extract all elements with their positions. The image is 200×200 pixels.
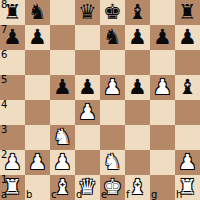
piece-black-bishop[interactable]: ♝ (175, 75, 200, 100)
square-f6[interactable] (125, 50, 150, 75)
piece-white-rook[interactable]: ♜ (0, 175, 25, 200)
square-f2[interactable] (125, 150, 150, 175)
square-d5[interactable]: ♟ (75, 75, 100, 100)
square-e6[interactable] (100, 50, 125, 75)
rank-label-4: 4 (1, 100, 7, 110)
square-e3[interactable] (100, 125, 125, 150)
piece-black-rook[interactable]: ♜ (175, 0, 200, 25)
square-d6[interactable] (75, 50, 100, 75)
piece-white-knight[interactable]: ♞ (100, 150, 125, 175)
square-h6[interactable] (175, 50, 200, 75)
piece-white-pawn[interactable]: ♟ (25, 150, 50, 175)
square-f1[interactable]: ♝f (125, 175, 150, 200)
piece-white-pawn[interactable]: ♟ (0, 150, 25, 175)
square-g5[interactable]: ♟ (150, 75, 175, 100)
square-a1[interactable]: ♜1a (0, 175, 25, 200)
piece-black-pawn[interactable]: ♟ (50, 75, 75, 100)
piece-black-bishop[interactable]: ♝ (125, 0, 150, 25)
square-e1[interactable]: ♚e (100, 175, 125, 200)
square-h5[interactable]: ♝ (175, 75, 200, 100)
square-c5[interactable]: ♟ (50, 75, 75, 100)
square-c1[interactable]: ♝c (50, 175, 75, 200)
square-b2[interactable]: ♟ (25, 150, 50, 175)
square-e8[interactable]: ♚ (100, 0, 125, 25)
square-c4[interactable] (50, 100, 75, 125)
piece-white-rook[interactable]: ♜ (175, 175, 200, 200)
square-f7[interactable]: ♟ (125, 25, 150, 50)
square-h8[interactable]: ♜ (175, 0, 200, 25)
square-e2[interactable]: ♞ (100, 150, 125, 175)
piece-white-pawn[interactable]: ♟ (150, 75, 175, 100)
square-d2[interactable] (75, 150, 100, 175)
square-b3[interactable] (25, 125, 50, 150)
square-d3[interactable] (75, 125, 100, 150)
square-b1[interactable]: b (25, 175, 50, 200)
square-a8[interactable]: ♜8 (0, 0, 25, 25)
piece-white-knight[interactable]: ♞ (50, 125, 75, 150)
piece-black-pawn[interactable]: ♟ (150, 25, 175, 50)
square-a4[interactable]: 4 (0, 100, 25, 125)
square-d4[interactable]: ♟ (75, 100, 100, 125)
square-b8[interactable]: ♞ (25, 0, 50, 25)
square-c3[interactable]: ♞ (50, 125, 75, 150)
square-g4[interactable] (150, 100, 175, 125)
square-f4[interactable] (125, 100, 150, 125)
square-a3[interactable]: 3 (0, 125, 25, 150)
square-h7[interactable]: ♟ (175, 25, 200, 50)
square-b5[interactable] (25, 75, 50, 100)
square-d1[interactable]: ♛d (75, 175, 100, 200)
square-c2[interactable]: ♟ (50, 150, 75, 175)
square-b6[interactable] (25, 50, 50, 75)
square-g7[interactable]: ♟ (150, 25, 175, 50)
square-c8[interactable] (50, 0, 75, 25)
square-g1[interactable]: g (150, 175, 175, 200)
square-a5[interactable]: 5 (0, 75, 25, 100)
piece-black-rook[interactable]: ♜ (0, 0, 25, 25)
rank-label-3: 3 (1, 125, 7, 135)
piece-white-pawn[interactable]: ♟ (75, 100, 100, 125)
square-g8[interactable] (150, 0, 175, 25)
square-a2[interactable]: ♟2 (0, 150, 25, 175)
square-f5[interactable]: ♟ (125, 75, 150, 100)
file-label-g: g (151, 190, 157, 200)
rank-label-6: 6 (1, 50, 7, 60)
square-a7[interactable]: ♟7 (0, 25, 25, 50)
piece-black-pawn[interactable]: ♟ (125, 25, 150, 50)
piece-white-king[interactable]: ♚ (100, 175, 125, 200)
piece-black-pawn[interactable]: ♟ (25, 25, 50, 50)
square-h2[interactable]: ♟ (175, 150, 200, 175)
rank-label-5: 5 (1, 75, 7, 85)
square-h1[interactable]: ♜h (175, 175, 200, 200)
square-e7[interactable]: ♞ (100, 25, 125, 50)
piece-black-king[interactable]: ♚ (100, 0, 125, 25)
piece-white-pawn[interactable]: ♟ (50, 150, 75, 175)
square-g6[interactable] (150, 50, 175, 75)
piece-black-knight[interactable]: ♞ (25, 0, 50, 25)
file-label-b: b (26, 190, 32, 200)
piece-black-pawn[interactable]: ♟ (0, 25, 25, 50)
piece-white-bishop[interactable]: ♝ (50, 175, 75, 200)
piece-white-queen[interactable]: ♛ (75, 175, 100, 200)
square-f3[interactable] (125, 125, 150, 150)
square-a6[interactable]: 6 (0, 50, 25, 75)
square-c6[interactable] (50, 50, 75, 75)
square-g2[interactable] (150, 150, 175, 175)
piece-white-pawn[interactable]: ♟ (175, 150, 200, 175)
piece-black-pawn[interactable]: ♟ (75, 75, 100, 100)
square-e4[interactable] (100, 100, 125, 125)
piece-black-pawn[interactable]: ♟ (175, 25, 200, 50)
square-h3[interactable] (175, 125, 200, 150)
square-b7[interactable]: ♟ (25, 25, 50, 50)
square-f8[interactable]: ♝ (125, 0, 150, 25)
piece-white-bishop[interactable]: ♝ (125, 175, 150, 200)
piece-black-knight[interactable]: ♞ (100, 25, 125, 50)
square-h4[interactable] (175, 100, 200, 125)
square-e5[interactable]: ♟ (100, 75, 125, 100)
square-g3[interactable] (150, 125, 175, 150)
piece-white-pawn[interactable]: ♟ (100, 75, 125, 100)
piece-black-queen[interactable]: ♛ (75, 0, 100, 25)
square-d7[interactable] (75, 25, 100, 50)
square-b4[interactable] (25, 100, 50, 125)
chess-board: ♜8♞♛♚♝♜♟7♟♞♟♟♟65♟♟♟♟♟♝4♟3♞♟2♟♟♞♟♜1ab♝c♛d… (0, 0, 200, 200)
piece-black-pawn[interactable]: ♟ (125, 75, 150, 100)
square-d8[interactable]: ♛ (75, 0, 100, 25)
square-c7[interactable] (50, 25, 75, 50)
